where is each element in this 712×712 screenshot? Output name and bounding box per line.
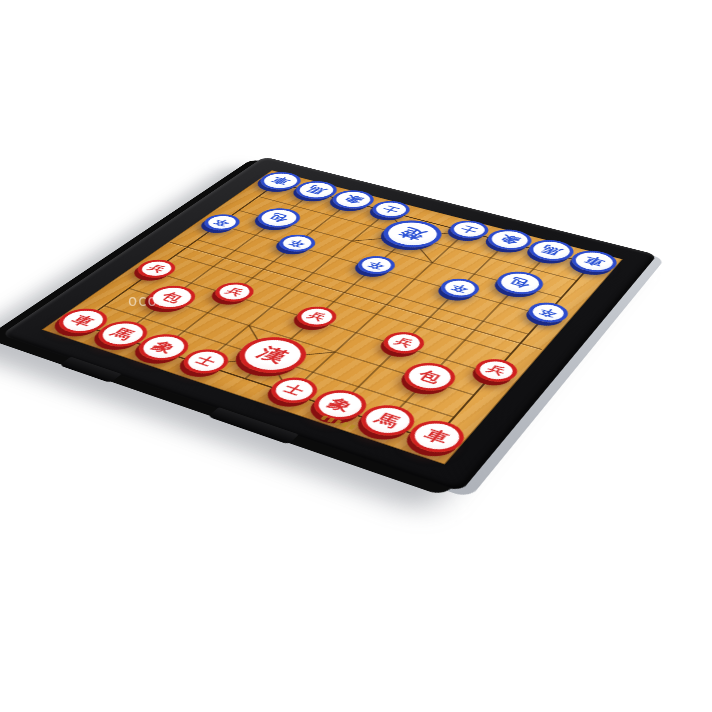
piece-glyph: 士 xyxy=(459,224,480,234)
piece-blue-general[interactable]: 楚 xyxy=(373,216,451,253)
piece-red-soldier[interactable]: 兵 xyxy=(208,279,261,305)
product-photo: 車馬象士士象馬車楚包包卒卒卒卒卒兵兵兵兵兵包包漢車馬象士士象馬車 ocokr xyxy=(0,0,712,712)
piece-glyph: 漢 xyxy=(253,345,291,365)
piece-blue-cannon[interactable]: 包 xyxy=(490,268,550,299)
piece-red-soldier[interactable]: 兵 xyxy=(290,303,344,330)
piece-glyph: 兵 xyxy=(305,311,328,323)
piece-red-cannon[interactable]: 包 xyxy=(396,358,464,396)
piece-red-soldier[interactable]: 兵 xyxy=(131,257,183,282)
piece-blue-soldier[interactable]: 卒 xyxy=(435,275,486,301)
piece-glyph: 車 xyxy=(421,427,452,446)
piece-blue-soldier[interactable]: 卒 xyxy=(522,299,573,326)
piece-glyph: 象 xyxy=(497,234,522,246)
piece-glyph: 楚 xyxy=(396,226,429,241)
piece-glyph: 卒 xyxy=(449,283,470,294)
piece-blue-soldier[interactable]: 卒 xyxy=(351,253,401,277)
piece-glyph: 馬 xyxy=(108,326,138,341)
janggi-board: 車馬象士士象馬車楚包包卒卒卒卒卒兵兵兵兵兵包包漢車馬象士士象馬車 xyxy=(42,170,623,464)
piece-glyph: 馬 xyxy=(372,411,403,429)
piece-glyph: 士 xyxy=(193,354,219,368)
watermark: ocokr xyxy=(128,292,174,310)
piece-glyph: 包 xyxy=(415,368,445,384)
piece-glyph: 車 xyxy=(68,314,97,329)
piece-red-soldier[interactable]: 兵 xyxy=(377,328,431,357)
piece-glyph: 包 xyxy=(266,212,291,223)
piece-red-general[interactable]: 漢 xyxy=(227,331,319,380)
piece-glyph: 兵 xyxy=(485,364,508,377)
piece-glyph: 士 xyxy=(281,382,307,396)
piece-glyph: 兵 xyxy=(392,337,415,349)
piece-glyph: 卒 xyxy=(537,307,559,318)
piece-glyph: 象 xyxy=(325,396,356,413)
piece-glyph: 士 xyxy=(380,204,401,213)
board-case: 車馬象士士象馬車楚包包卒卒卒卒卒兵兵兵兵兵包包漢車馬象士士象馬車 xyxy=(0,157,657,493)
piece-glyph: 車 xyxy=(582,255,607,268)
piece-glyph: 馬 xyxy=(539,244,564,256)
piece-blue-soldier[interactable]: 卒 xyxy=(272,232,321,255)
piece-glyph: 卒 xyxy=(366,260,387,270)
piece-blue-soldier[interactable]: 卒 xyxy=(198,211,247,233)
piece-blue-cannon[interactable]: 包 xyxy=(250,205,308,231)
piece-red-soldier[interactable]: 兵 xyxy=(469,355,524,386)
piece-glyph: 包 xyxy=(507,276,533,289)
board-scene: 車馬象士士象馬車楚包包卒卒卒卒卒兵兵兵兵兵包包漢車馬象士士象馬車 xyxy=(0,157,657,493)
piece-glyph: 兵 xyxy=(146,264,168,274)
piece-glyph: 象 xyxy=(341,194,365,205)
piece-glyph: 卒 xyxy=(212,218,232,227)
piece-glyph: 車 xyxy=(269,176,293,186)
piece-glyph: 兵 xyxy=(223,287,245,298)
piece-glyph: 卒 xyxy=(287,238,308,248)
piece-glyph: 象 xyxy=(149,339,179,354)
piece-glyph: 馬 xyxy=(304,185,328,196)
